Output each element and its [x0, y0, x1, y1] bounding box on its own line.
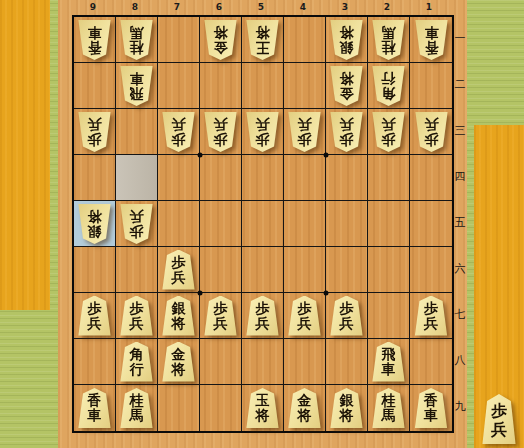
piece-gote-bishop[interactable]: 角行 — [371, 66, 406, 106]
square-6-8[interactable] — [200, 339, 242, 385]
piece-kanji-char: 兵 — [172, 270, 186, 285]
square-1-7[interactable]: 歩兵 — [410, 293, 452, 339]
left-mat-orange — [0, 0, 50, 310]
square-6-9[interactable] — [200, 385, 242, 431]
piece-kanji-char: 飛 — [130, 86, 144, 101]
piece-kanji-char: 桂 — [130, 40, 144, 55]
square-4-5[interactable] — [284, 201, 326, 247]
piece-wrap: 歩兵 — [161, 250, 196, 290]
piece-wrap: 王将 — [245, 20, 280, 60]
piece-wrap: 角行 — [119, 342, 154, 382]
piece-wrap: 飛車 — [119, 66, 154, 106]
piece-kanji-char: 角 — [130, 347, 144, 362]
piece-kanji-char: 馬 — [130, 25, 144, 40]
square-8-5[interactable]: 歩兵 — [116, 201, 158, 247]
piece-kanji-char: 車 — [88, 408, 102, 423]
hand-pawn-kanji-char: 歩 — [491, 401, 507, 420]
piece-kanji-char: 兵 — [298, 117, 312, 132]
square-7-3[interactable]: 歩兵 — [158, 109, 200, 155]
piece-kanji-char: 金 — [172, 347, 186, 362]
square-9-1[interactable]: 香車 — [74, 17, 116, 63]
square-2-2[interactable]: 角行 — [368, 63, 410, 109]
piece-wrap: 歩兵 — [329, 112, 364, 152]
piece-kanji-char: 兵 — [130, 209, 144, 224]
piece-sente-pawn[interactable]: 歩兵 — [414, 296, 449, 336]
piece-kanji-char: 兵 — [298, 316, 312, 331]
piece-kanji-char: 歩 — [130, 224, 144, 239]
square-3-8[interactable] — [326, 339, 368, 385]
square-4-3[interactable]: 歩兵 — [284, 109, 326, 155]
piece-kanji-char: 兵 — [256, 117, 270, 132]
piece-sente-silver[interactable]: 銀将 — [329, 388, 364, 428]
rank-label-8: 八 — [452, 353, 468, 368]
square-3-9[interactable]: 銀将 — [326, 385, 368, 431]
piece-kanji-char: 兵 — [130, 316, 144, 331]
piece-gote-knight[interactable]: 桂馬 — [371, 20, 406, 60]
piece-wrap: 歩兵 — [245, 112, 280, 152]
piece-kanji-char: 銀 — [340, 40, 354, 55]
piece-kanji-char: 将 — [256, 25, 270, 40]
rank-label-6: 六 — [452, 261, 468, 276]
piece-kanji-char: 将 — [340, 71, 354, 86]
square-5-6[interactable] — [242, 247, 284, 293]
piece-sente-pawn[interactable]: 歩兵 — [203, 296, 238, 336]
piece-wrap: 歩兵 — [414, 296, 449, 336]
piece-sente-pawn[interactable]: 歩兵 — [119, 296, 154, 336]
square-1-9[interactable]: 香車 — [410, 385, 452, 431]
square-6-6[interactable] — [200, 247, 242, 293]
piece-wrap: 金将 — [329, 66, 364, 106]
square-8-2[interactable]: 飛車 — [116, 63, 158, 109]
piece-wrap: 桂馬 — [371, 20, 406, 60]
piece-kanji-char: 銀 — [88, 224, 102, 239]
square-4-9[interactable]: 金将 — [284, 385, 326, 431]
square-9-5[interactable]: 銀将 — [74, 201, 116, 247]
square-5-7[interactable]: 歩兵 — [242, 293, 284, 339]
square-3-5[interactable] — [326, 201, 368, 247]
square-1-2[interactable] — [410, 63, 452, 109]
square-3-4[interactable] — [326, 155, 368, 201]
piece-kanji-char: 兵 — [424, 117, 438, 132]
piece-sente-silver[interactable]: 銀将 — [161, 296, 196, 336]
square-2-9[interactable]: 桂馬 — [368, 385, 410, 431]
square-8-9[interactable]: 桂馬 — [116, 385, 158, 431]
piece-wrap: 歩兵 — [287, 112, 322, 152]
piece-sente-gold[interactable]: 金将 — [161, 342, 196, 382]
piece-kanji-char: 歩 — [256, 132, 270, 147]
square-9-6[interactable] — [74, 247, 116, 293]
piece-kanji-char: 兵 — [172, 117, 186, 132]
piece-kanji-char: 馬 — [130, 408, 144, 423]
piece-wrap: 銀将 — [329, 388, 364, 428]
piece-sente-knight[interactable]: 桂馬 — [371, 388, 406, 428]
piece-gote-lance[interactable]: 香車 — [414, 20, 449, 60]
square-6-7[interactable]: 歩兵 — [200, 293, 242, 339]
piece-wrap: 歩兵 — [414, 112, 449, 152]
square-1-4[interactable] — [410, 155, 452, 201]
piece-kanji-char: 飛 — [382, 347, 396, 362]
piece-kanji-char: 歩 — [340, 301, 354, 316]
rank-label-7: 七 — [452, 307, 468, 322]
piece-kanji-char: 桂 — [382, 40, 396, 55]
hand-pawn-kanji-char: 兵 — [491, 420, 507, 439]
square-7-8[interactable]: 金将 — [158, 339, 200, 385]
piece-kanji-char: 歩 — [88, 301, 102, 316]
square-5-9[interactable]: 玉将 — [242, 385, 284, 431]
square-4-8[interactable] — [284, 339, 326, 385]
piece-kanji-char: 桂 — [382, 393, 396, 408]
piece-gote-gold[interactable]: 金将 — [329, 66, 364, 106]
piece-wrap: 桂馬 — [119, 388, 154, 428]
rank-label-2: 二 — [452, 77, 468, 92]
sente-hand-tray: 歩兵 — [481, 394, 517, 444]
file-label-2: 2 — [366, 2, 408, 12]
piece-wrap: 歩兵 — [329, 296, 364, 336]
square-5-4[interactable] — [242, 155, 284, 201]
file-label-4: 4 — [282, 2, 324, 12]
piece-kanji-char: 歩 — [298, 132, 312, 147]
piece-gote-pawn[interactable]: 歩兵 — [119, 204, 154, 244]
square-5-8[interactable] — [242, 339, 284, 385]
piece-gote-pawn[interactable]: 歩兵 — [414, 112, 449, 152]
rank-label-5: 五 — [452, 215, 468, 230]
piece-kanji-char: 車 — [424, 408, 438, 423]
piece-kanji-char: 歩 — [340, 132, 354, 147]
piece-kanji-char: 将 — [340, 25, 354, 40]
piece-kanji-char: 金 — [340, 86, 354, 101]
square-7-2[interactable] — [158, 63, 200, 109]
square-4-1[interactable] — [284, 17, 326, 63]
file-label-8: 8 — [114, 2, 156, 12]
square-5-1[interactable]: 王将 — [242, 17, 284, 63]
square-4-6[interactable] — [284, 247, 326, 293]
square-7-6[interactable]: 歩兵 — [158, 247, 200, 293]
square-1-8[interactable] — [410, 339, 452, 385]
piece-kanji-char: 香 — [88, 40, 102, 55]
piece-kanji-char: 行 — [382, 71, 396, 86]
piece-wrap: 歩兵 — [77, 296, 112, 336]
piece-kanji-char: 歩 — [298, 301, 312, 316]
piece-kanji-char: 歩 — [214, 301, 228, 316]
piece-wrap: 金将 — [161, 342, 196, 382]
piece-sente-pawn[interactable]: 歩兵 — [287, 296, 322, 336]
piece-gote-pawn[interactable]: 歩兵 — [287, 112, 322, 152]
piece-wrap: 歩兵 — [203, 296, 238, 336]
sente-hand-pawn[interactable]: 歩兵 — [481, 394, 517, 444]
square-2-7[interactable] — [368, 293, 410, 339]
piece-kanji-char: 兵 — [88, 117, 102, 132]
square-1-5[interactable] — [410, 201, 452, 247]
piece-kanji-char: 将 — [172, 362, 186, 377]
piece-kanji-char: 兵 — [340, 316, 354, 331]
square-2-5[interactable] — [368, 201, 410, 247]
piece-sente-gold[interactable]: 金将 — [287, 388, 322, 428]
star-point — [198, 291, 203, 296]
square-7-1[interactable] — [158, 17, 200, 63]
piece-kanji-char: 将 — [172, 316, 186, 331]
piece-wrap: 歩兵 — [119, 204, 154, 244]
piece-sente-knight[interactable]: 桂馬 — [119, 388, 154, 428]
piece-kanji-char: 歩 — [424, 301, 438, 316]
square-5-3[interactable]: 歩兵 — [242, 109, 284, 155]
piece-kanji-char: 王 — [256, 40, 270, 55]
square-3-7[interactable]: 歩兵 — [326, 293, 368, 339]
piece-gote-pawn[interactable]: 歩兵 — [161, 112, 196, 152]
square-6-5[interactable] — [200, 201, 242, 247]
piece-wrap: 金将 — [203, 20, 238, 60]
piece-kanji-char: 歩 — [88, 132, 102, 147]
file-label-6: 6 — [198, 2, 240, 12]
file-label-1: 1 — [408, 2, 450, 12]
piece-gote-knight[interactable]: 桂馬 — [119, 20, 154, 60]
piece-kanji-char: 香 — [424, 40, 438, 55]
star-point — [324, 153, 329, 158]
piece-gote-rook[interactable]: 飛車 — [119, 66, 154, 106]
piece-kanji-char: 香 — [88, 393, 102, 408]
piece-wrap: 銀将 — [161, 296, 196, 336]
piece-kanji-char: 将 — [256, 408, 270, 423]
piece-gote-pawn[interactable]: 歩兵 — [371, 112, 406, 152]
piece-wrap: 歩兵 — [203, 112, 238, 152]
piece-kanji-char: 歩 — [172, 255, 186, 270]
shogi-app-window: 987654321一二三四五六七八九 香車桂馬金将王将銀将桂馬香車飛車金将角行歩… — [0, 0, 524, 448]
file-label-3: 3 — [324, 2, 366, 12]
square-9-3[interactable]: 歩兵 — [74, 109, 116, 155]
piece-kanji-char: 金 — [214, 40, 228, 55]
piece-wrap: 歩兵 — [119, 296, 154, 336]
piece-wrap: 歩兵 — [77, 112, 112, 152]
piece-wrap: 飛車 — [371, 342, 406, 382]
square-2-8[interactable]: 飛車 — [368, 339, 410, 385]
piece-kanji-char: 将 — [88, 209, 102, 224]
square-7-7[interactable]: 銀将 — [158, 293, 200, 339]
square-2-3[interactable]: 歩兵 — [368, 109, 410, 155]
piece-gote-pawn[interactable]: 歩兵 — [77, 112, 112, 152]
piece-kanji-char: 歩 — [256, 301, 270, 316]
file-label-9: 9 — [72, 2, 114, 12]
piece-wrap: 香車 — [77, 20, 112, 60]
star-point — [198, 153, 203, 158]
piece-wrap: 金将 — [287, 388, 322, 428]
piece-kanji-char: 桂 — [130, 393, 144, 408]
piece-kanji-char: 歩 — [172, 132, 186, 147]
piece-wrap: 歩兵 — [245, 296, 280, 336]
piece-gote-pawn[interactable]: 歩兵 — [203, 112, 238, 152]
piece-wrap: 銀将 — [329, 20, 364, 60]
rank-label-4: 四 — [452, 169, 468, 184]
piece-wrap: 角行 — [371, 66, 406, 106]
piece-kanji-char: 車 — [130, 71, 144, 86]
square-9-9[interactable]: 香車 — [74, 385, 116, 431]
piece-wrap: 歩兵 — [287, 296, 322, 336]
piece-kanji-char: 玉 — [256, 393, 270, 408]
piece-kanji-char: 歩 — [424, 132, 438, 147]
piece-kanji-char: 馬 — [382, 25, 396, 40]
piece-wrap: 歩兵 — [371, 112, 406, 152]
piece-kanji-char: 車 — [424, 25, 438, 40]
square-9-7[interactable]: 歩兵 — [74, 293, 116, 339]
file-label-7: 7 — [156, 2, 198, 12]
square-2-4[interactable] — [368, 155, 410, 201]
piece-gote-lance[interactable]: 香車 — [77, 20, 112, 60]
piece-wrap: 香車 — [414, 20, 449, 60]
shogi-board: 香車桂馬金将王将銀将桂馬香車飛車金将角行歩兵歩兵歩兵歩兵歩兵歩兵歩兵歩兵銀将歩兵… — [72, 15, 454, 433]
piece-kanji-char: 歩 — [214, 132, 228, 147]
piece-sente-lance[interactable]: 香車 — [414, 388, 449, 428]
piece-kanji-char: 香 — [424, 393, 438, 408]
square-9-2[interactable] — [74, 63, 116, 109]
piece-wrap: 歩兵 — [161, 112, 196, 152]
square-6-4[interactable] — [200, 155, 242, 201]
hand-piece-wrap: 歩兵 — [481, 394, 517, 444]
square-1-1[interactable]: 香車 — [410, 17, 452, 63]
square-5-5[interactable] — [242, 201, 284, 247]
piece-kanji-char: 車 — [382, 362, 396, 377]
piece-sente-bishop[interactable]: 角行 — [119, 342, 154, 382]
square-5-2[interactable] — [242, 63, 284, 109]
piece-kanji-char: 兵 — [256, 316, 270, 331]
piece-kanji-char: 角 — [382, 86, 396, 101]
square-3-6[interactable] — [326, 247, 368, 293]
square-6-2[interactable] — [200, 63, 242, 109]
piece-wrap: 銀将 — [77, 204, 112, 244]
square-8-4[interactable] — [116, 155, 158, 201]
square-4-7[interactable]: 歩兵 — [284, 293, 326, 339]
square-7-9[interactable] — [158, 385, 200, 431]
rank-label-9: 九 — [452, 399, 468, 414]
piece-gote-pawn[interactable]: 歩兵 — [329, 112, 364, 152]
piece-sente-king[interactable]: 玉将 — [245, 388, 280, 428]
piece-kanji-char: 歩 — [382, 132, 396, 147]
star-point — [324, 291, 329, 296]
piece-kanji-char: 兵 — [382, 117, 396, 132]
piece-kanji-char: 兵 — [214, 316, 228, 331]
piece-gote-silver[interactable]: 銀将 — [77, 204, 112, 244]
piece-kanji-char: 兵 — [214, 117, 228, 132]
square-6-1[interactable]: 金将 — [200, 17, 242, 63]
piece-kanji-char: 馬 — [382, 408, 396, 423]
square-2-6[interactable] — [368, 247, 410, 293]
square-3-3[interactable]: 歩兵 — [326, 109, 368, 155]
piece-kanji-char: 銀 — [340, 393, 354, 408]
square-1-3[interactable]: 歩兵 — [410, 109, 452, 155]
piece-wrap: 桂馬 — [371, 388, 406, 428]
square-8-3[interactable] — [116, 109, 158, 155]
square-8-8[interactable]: 角行 — [116, 339, 158, 385]
piece-wrap: 玉将 — [245, 388, 280, 428]
piece-sente-rook[interactable]: 飛車 — [371, 342, 406, 382]
piece-sente-pawn[interactable]: 歩兵 — [77, 296, 112, 336]
rank-label-1: 一 — [452, 31, 468, 46]
file-label-5: 5 — [240, 2, 282, 12]
piece-gote-gold[interactable]: 金将 — [203, 20, 238, 60]
piece-kanji-char: 兵 — [88, 316, 102, 331]
square-8-6[interactable] — [116, 247, 158, 293]
piece-kanji-char: 将 — [340, 408, 354, 423]
piece-wrap: 桂馬 — [119, 20, 154, 60]
piece-kanji-char: 行 — [130, 362, 144, 377]
piece-kanji-char: 将 — [214, 25, 228, 40]
piece-sente-pawn[interactable]: 歩兵 — [161, 250, 196, 290]
square-4-4[interactable] — [284, 155, 326, 201]
square-2-1[interactable]: 桂馬 — [368, 17, 410, 63]
square-9-4[interactable] — [74, 155, 116, 201]
square-9-8[interactable] — [74, 339, 116, 385]
piece-kanji-char: 銀 — [172, 301, 186, 316]
square-7-5[interactable] — [158, 201, 200, 247]
piece-sente-lance[interactable]: 香車 — [77, 388, 112, 428]
square-8-7[interactable]: 歩兵 — [116, 293, 158, 339]
square-8-1[interactable]: 桂馬 — [116, 17, 158, 63]
square-1-6[interactable] — [410, 247, 452, 293]
piece-wrap: 香車 — [77, 388, 112, 428]
square-7-4[interactable] — [158, 155, 200, 201]
piece-gote-king[interactable]: 王将 — [245, 20, 280, 60]
square-4-2[interactable] — [284, 63, 326, 109]
piece-kanji-char: 将 — [298, 408, 312, 423]
piece-kanji-char: 金 — [298, 393, 312, 408]
piece-gote-silver[interactable]: 銀将 — [329, 20, 364, 60]
piece-kanji-char: 車 — [88, 25, 102, 40]
piece-kanji-char: 兵 — [340, 117, 354, 132]
square-6-3[interactable]: 歩兵 — [200, 109, 242, 155]
piece-sente-pawn[interactable]: 歩兵 — [245, 296, 280, 336]
piece-gote-pawn[interactable]: 歩兵 — [245, 112, 280, 152]
square-3-1[interactable]: 銀将 — [326, 17, 368, 63]
piece-kanji-char: 兵 — [424, 316, 438, 331]
rank-label-3: 三 — [452, 123, 468, 138]
piece-sente-pawn[interactable]: 歩兵 — [329, 296, 364, 336]
piece-kanji-char: 歩 — [130, 301, 144, 316]
square-3-2[interactable]: 金将 — [326, 63, 368, 109]
piece-wrap: 香車 — [414, 388, 449, 428]
